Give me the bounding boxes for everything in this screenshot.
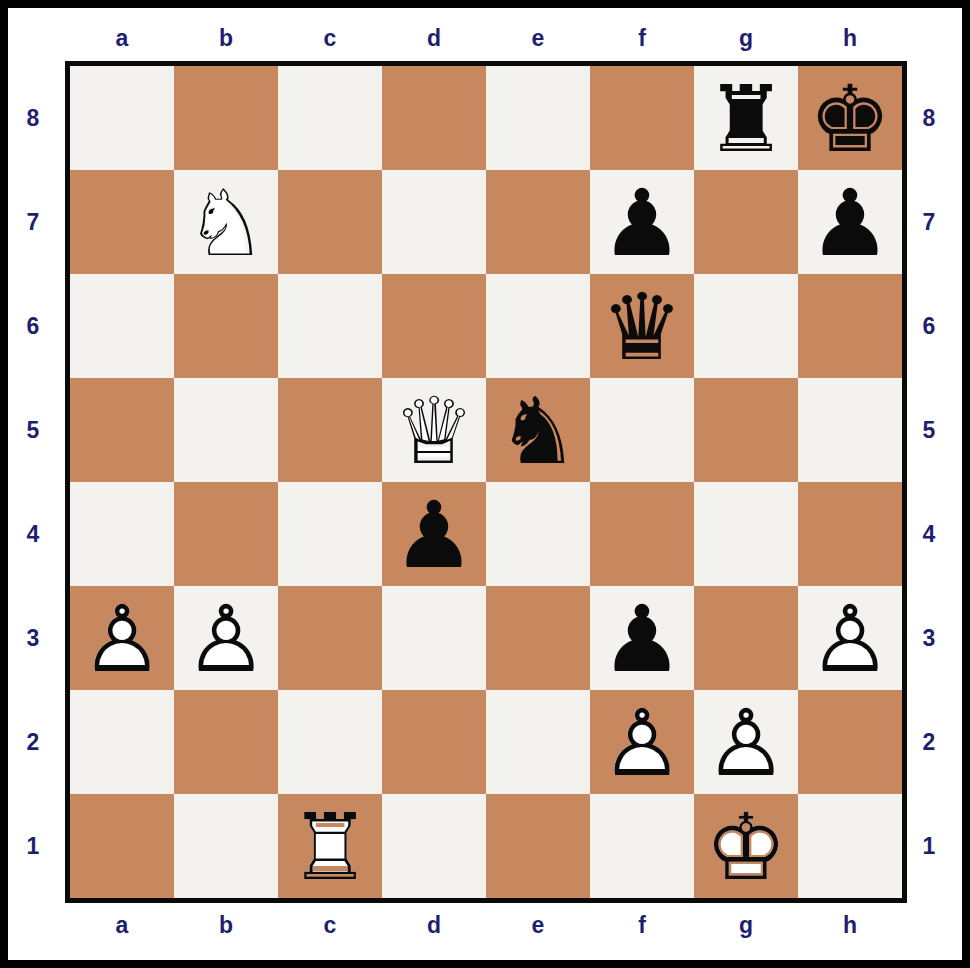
rank-labels-left: 87654321 <box>10 66 56 898</box>
rank-label-1: 1 <box>906 794 952 898</box>
square-e6[interactable] <box>486 274 590 378</box>
square-c6[interactable] <box>278 274 382 378</box>
piece-black-pawn-h7[interactable]: ♟ <box>798 170 902 274</box>
white-pawn-outline-icon: ♙ <box>174 588 278 692</box>
board: ♜♚♞♘♟♟♛♛♕♞♟♟♙♟♙♟♟♙♟♙♟♙♜♖♚♔ <box>65 61 907 903</box>
square-g6[interactable] <box>694 274 798 378</box>
square-a2[interactable] <box>70 690 174 794</box>
piece-white-king-g1[interactable]: ♚♔ <box>694 794 798 898</box>
square-b3[interactable]: ♟♙ <box>174 586 278 690</box>
piece-black-queen-f6[interactable]: ♛ <box>590 274 694 378</box>
white-king-outline-icon: ♔ <box>694 796 798 900</box>
rank-label-4: 4 <box>10 482 56 586</box>
square-b1[interactable] <box>174 794 278 898</box>
rank-label-1: 1 <box>10 794 56 898</box>
chess-diagram-page: abcdefgh 87654321 87654321 abcdefgh ♜♚♞♘… <box>0 0 970 968</box>
piece-white-pawn-f2[interactable]: ♟♙ <box>590 690 694 794</box>
square-d5[interactable]: ♛♕ <box>382 378 486 482</box>
black-king-icon: ♚ <box>798 68 902 172</box>
square-h2[interactable] <box>798 690 902 794</box>
square-d4[interactable]: ♟ <box>382 482 486 586</box>
rank-label-2: 2 <box>906 690 952 794</box>
square-b5[interactable] <box>174 378 278 482</box>
square-h7[interactable]: ♟ <box>798 170 902 274</box>
square-f8[interactable] <box>590 66 694 170</box>
square-a6[interactable] <box>70 274 174 378</box>
black-pawn-icon: ♟ <box>590 172 694 276</box>
black-pawn-icon: ♟ <box>382 484 486 588</box>
file-label-e: e <box>486 22 590 54</box>
square-f4[interactable] <box>590 482 694 586</box>
square-c1[interactable]: ♜♖ <box>278 794 382 898</box>
black-pawn-icon: ♟ <box>798 172 902 276</box>
rank-label-8: 8 <box>906 66 952 170</box>
file-label-g: g <box>694 908 798 942</box>
piece-black-pawn-d4[interactable]: ♟ <box>382 482 486 586</box>
square-d1[interactable] <box>382 794 486 898</box>
file-labels-top: abcdefgh <box>70 22 902 54</box>
square-b4[interactable] <box>174 482 278 586</box>
file-label-h: h <box>798 908 902 942</box>
square-e7[interactable] <box>486 170 590 274</box>
piece-white-pawn-a3[interactable]: ♟♙ <box>70 586 174 690</box>
square-a1[interactable] <box>70 794 174 898</box>
square-a3[interactable]: ♟♙ <box>70 586 174 690</box>
square-e2[interactable] <box>486 690 590 794</box>
square-c3[interactable] <box>278 586 382 690</box>
square-g3[interactable] <box>694 586 798 690</box>
square-e1[interactable] <box>486 794 590 898</box>
square-e3[interactable] <box>486 586 590 690</box>
square-c8[interactable] <box>278 66 382 170</box>
file-label-f: f <box>590 22 694 54</box>
square-g8[interactable]: ♜ <box>694 66 798 170</box>
piece-white-queen-d5[interactable]: ♛♕ <box>382 378 486 482</box>
square-c7[interactable] <box>278 170 382 274</box>
black-queen-icon: ♛ <box>590 276 694 380</box>
file-label-f: f <box>590 908 694 942</box>
file-label-c: c <box>278 908 382 942</box>
rank-label-5: 5 <box>10 378 56 482</box>
square-a8[interactable] <box>70 66 174 170</box>
square-h6[interactable] <box>798 274 902 378</box>
file-label-c: c <box>278 22 382 54</box>
square-e8[interactable] <box>486 66 590 170</box>
square-f3[interactable]: ♟ <box>590 586 694 690</box>
square-g1[interactable]: ♚♔ <box>694 794 798 898</box>
rank-label-7: 7 <box>906 170 952 274</box>
piece-white-pawn-g2[interactable]: ♟♙ <box>694 690 798 794</box>
white-rook-outline-icon: ♖ <box>278 796 382 900</box>
white-knight-outline-icon: ♘ <box>174 172 278 276</box>
square-d8[interactable] <box>382 66 486 170</box>
file-label-e: e <box>486 908 590 942</box>
black-rook-icon: ♜ <box>694 68 798 172</box>
file-labels-bottom: abcdefgh <box>70 908 902 942</box>
square-c2[interactable] <box>278 690 382 794</box>
file-label-a: a <box>70 22 174 54</box>
rank-labels-right: 87654321 <box>906 66 952 898</box>
piece-white-knight-b7[interactable]: ♞♘ <box>174 170 278 274</box>
rank-label-3: 3 <box>10 586 56 690</box>
piece-white-pawn-b3[interactable]: ♟♙ <box>174 586 278 690</box>
rank-label-8: 8 <box>10 66 56 170</box>
square-g5[interactable] <box>694 378 798 482</box>
square-g4[interactable] <box>694 482 798 586</box>
square-a7[interactable] <box>70 170 174 274</box>
white-queen-outline-icon: ♕ <box>382 380 486 484</box>
square-g2[interactable]: ♟♙ <box>694 690 798 794</box>
piece-white-rook-c1[interactable]: ♜♖ <box>278 794 382 898</box>
square-h1[interactable] <box>798 794 902 898</box>
white-pawn-outline-icon: ♙ <box>590 692 694 796</box>
square-b7[interactable]: ♞♘ <box>174 170 278 274</box>
rank-label-6: 6 <box>906 274 952 378</box>
file-label-d: d <box>382 908 486 942</box>
black-pawn-icon: ♟ <box>590 588 694 692</box>
rank-label-2: 2 <box>10 690 56 794</box>
square-h5[interactable] <box>798 378 902 482</box>
white-pawn-outline-icon: ♙ <box>694 692 798 796</box>
square-d3[interactable] <box>382 586 486 690</box>
square-e4[interactable] <box>486 482 590 586</box>
piece-black-king-h8[interactable]: ♚ <box>798 66 902 170</box>
file-label-b: b <box>174 908 278 942</box>
square-f5[interactable] <box>590 378 694 482</box>
square-g7[interactable] <box>694 170 798 274</box>
square-d7[interactable] <box>382 170 486 274</box>
square-f1[interactable] <box>590 794 694 898</box>
square-c5[interactable] <box>278 378 382 482</box>
file-label-d: d <box>382 22 486 54</box>
square-f2[interactable]: ♟♙ <box>590 690 694 794</box>
square-b6[interactable] <box>174 274 278 378</box>
file-label-a: a <box>70 908 174 942</box>
piece-black-knight-e5[interactable]: ♞ <box>486 378 590 482</box>
white-pawn-outline-icon: ♙ <box>798 588 902 692</box>
rank-label-7: 7 <box>10 170 56 274</box>
file-label-h: h <box>798 22 902 54</box>
square-f7[interactable]: ♟ <box>590 170 694 274</box>
file-label-g: g <box>694 22 798 54</box>
square-c4[interactable] <box>278 482 382 586</box>
square-b2[interactable] <box>174 690 278 794</box>
piece-black-pawn-f7[interactable]: ♟ <box>590 170 694 274</box>
square-a4[interactable] <box>70 482 174 586</box>
rank-label-3: 3 <box>906 586 952 690</box>
piece-white-pawn-h3[interactable]: ♟♙ <box>798 586 902 690</box>
piece-black-rook-g8[interactable]: ♜ <box>694 66 798 170</box>
square-a5[interactable] <box>70 378 174 482</box>
file-label-b: b <box>174 22 278 54</box>
white-pawn-outline-icon: ♙ <box>70 588 174 692</box>
square-f6[interactable]: ♛ <box>590 274 694 378</box>
rank-label-5: 5 <box>906 378 952 482</box>
square-e5[interactable]: ♞ <box>486 378 590 482</box>
square-h4[interactable] <box>798 482 902 586</box>
square-h8[interactable]: ♚ <box>798 66 902 170</box>
square-h3[interactable]: ♟♙ <box>798 586 902 690</box>
rank-label-4: 4 <box>906 482 952 586</box>
piece-black-pawn-f3[interactable]: ♟ <box>590 586 694 690</box>
black-knight-icon: ♞ <box>486 380 590 484</box>
square-d2[interactable] <box>382 690 486 794</box>
square-d6[interactable] <box>382 274 486 378</box>
square-b8[interactable] <box>174 66 278 170</box>
rank-label-6: 6 <box>10 274 56 378</box>
